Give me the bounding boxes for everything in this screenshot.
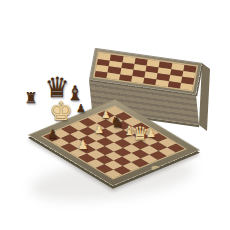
chess-piece-dark-pawn: ♟: [76, 103, 86, 114]
chess-piece-light-pawn: ♟: [94, 124, 104, 135]
board-square: [180, 83, 193, 91]
chess-piece-dark-knight: ♞: [110, 115, 123, 130]
chess-piece-light-pawn: ♟: [78, 139, 89, 151]
chess-piece-light-pawn: ♟: [102, 110, 111, 120]
chess-piece-light-pawn: ♟: [146, 128, 156, 139]
folded-case-side-panel: [199, 63, 210, 131]
chess-set-product-photo: ♜♛♝♟♚♟♟♟♟♞♝♛♟: [0, 0, 230, 230]
chess-piece-dark-pawn: ♟: [48, 128, 59, 140]
chess-piece-light-king: ♚: [49, 98, 72, 124]
chess-piece-dark-rook: ♜: [24, 91, 37, 106]
